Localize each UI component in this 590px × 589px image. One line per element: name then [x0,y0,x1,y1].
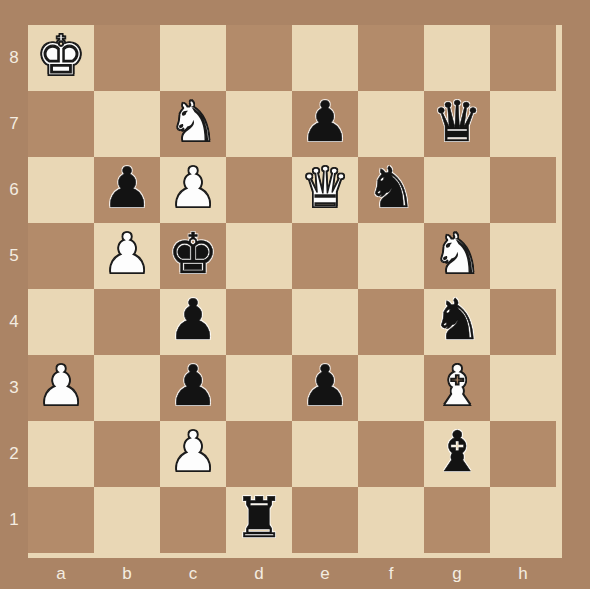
white-bishop-g3[interactable]: ♝ [432,355,482,419]
square-h1[interactable] [490,487,556,553]
square-d6[interactable] [226,157,292,223]
square-f1[interactable] [358,487,424,553]
square-g3[interactable]: ♝ [424,355,490,421]
square-a4[interactable] [28,289,94,355]
square-b1[interactable] [94,487,160,553]
square-e1[interactable] [292,487,358,553]
file-label-h: h [490,558,556,589]
square-b8[interactable] [94,25,160,91]
square-f8[interactable] [358,25,424,91]
square-h8[interactable] [490,25,556,91]
square-c7[interactable]: ♞ [160,91,226,157]
black-bishop-g2[interactable]: ♝ [432,421,482,485]
square-a5[interactable] [28,223,94,289]
square-b5[interactable]: ♟ [94,223,160,289]
square-e8[interactable] [292,25,358,91]
file-labels: abcdefgh [28,558,556,589]
square-a7[interactable] [28,91,94,157]
black-king-c5[interactable]: ♚ [168,223,218,287]
black-pawn-c3[interactable]: ♟ [168,355,218,419]
square-g6[interactable] [424,157,490,223]
square-g1[interactable] [424,487,490,553]
square-e6[interactable]: ♛ [292,157,358,223]
square-h6[interactable] [490,157,556,223]
square-c1[interactable] [160,487,226,553]
square-h5[interactable] [490,223,556,289]
square-b7[interactable] [94,91,160,157]
square-b3[interactable] [94,355,160,421]
square-a3[interactable]: ♟ [28,355,94,421]
board-backing: ♚♞♟♛♟♟♛♞♟♚♞♟♞♟♟♟♝♟♝♜ [28,25,562,558]
square-e2[interactable] [292,421,358,487]
square-b2[interactable] [94,421,160,487]
square-b4[interactable] [94,289,160,355]
square-d4[interactable] [226,289,292,355]
square-c5[interactable]: ♚ [160,223,226,289]
square-a1[interactable] [28,487,94,553]
square-e7[interactable]: ♟ [292,91,358,157]
file-label-g: g [424,558,490,589]
square-a8[interactable]: ♚ [28,25,94,91]
rank-label-4: 4 [0,289,28,355]
chessboard-frame: 87654321 ♚♞♟♛♟♟♛♞♟♚♞♟♞♟♟♟♝♟♝♜ abcdefgh [0,0,590,589]
file-label-e: e [292,558,358,589]
square-h7[interactable] [490,91,556,157]
file-label-d: d [226,558,292,589]
black-pawn-c4[interactable]: ♟ [168,289,218,353]
white-knight-g5[interactable]: ♞ [432,223,482,287]
black-pawn-e3[interactable]: ♟ [300,355,350,419]
white-pawn-c2[interactable]: ♟ [168,421,218,485]
square-d3[interactable] [226,355,292,421]
square-a6[interactable] [28,157,94,223]
square-h2[interactable] [490,421,556,487]
square-g7[interactable]: ♛ [424,91,490,157]
black-queen-g7[interactable]: ♛ [432,91,482,155]
square-d5[interactable] [226,223,292,289]
file-label-c: c [160,558,226,589]
square-f7[interactable] [358,91,424,157]
black-pawn-b6[interactable]: ♟ [102,157,152,221]
square-d8[interactable] [226,25,292,91]
square-h3[interactable] [490,355,556,421]
square-f5[interactable] [358,223,424,289]
rank-label-6: 6 [0,157,28,223]
white-knight-c7[interactable]: ♞ [168,91,218,155]
white-king-a8[interactable]: ♚ [36,25,86,89]
square-c3[interactable]: ♟ [160,355,226,421]
square-d7[interactable] [226,91,292,157]
rank-label-8: 8 [0,25,28,91]
file-label-b: b [94,558,160,589]
white-pawn-c6[interactable]: ♟ [168,157,218,221]
square-f4[interactable] [358,289,424,355]
square-g8[interactable] [424,25,490,91]
square-f6[interactable]: ♞ [358,157,424,223]
black-knight-g4[interactable]: ♞ [432,289,482,353]
rank-label-7: 7 [0,91,28,157]
square-f2[interactable] [358,421,424,487]
square-c2[interactable]: ♟ [160,421,226,487]
square-d1[interactable]: ♜ [226,487,292,553]
rank-label-5: 5 [0,223,28,289]
square-c6[interactable]: ♟ [160,157,226,223]
square-h4[interactable] [490,289,556,355]
square-b6[interactable]: ♟ [94,157,160,223]
white-pawn-b5[interactable]: ♟ [102,223,152,287]
square-e5[interactable] [292,223,358,289]
board: ♚♞♟♛♟♟♛♞♟♚♞♟♞♟♟♟♝♟♝♜ [28,25,556,553]
rank-labels: 87654321 [0,25,28,553]
rank-label-1: 1 [0,487,28,553]
black-rook-d1[interactable]: ♜ [234,487,284,551]
square-c8[interactable] [160,25,226,91]
square-c4[interactable]: ♟ [160,289,226,355]
square-g2[interactable]: ♝ [424,421,490,487]
white-queen-e6[interactable]: ♛ [300,157,350,221]
square-g4[interactable]: ♞ [424,289,490,355]
square-e4[interactable] [292,289,358,355]
square-f3[interactable] [358,355,424,421]
square-d2[interactable] [226,421,292,487]
white-pawn-a3[interactable]: ♟ [36,355,86,419]
file-label-f: f [358,558,424,589]
black-knight-f6[interactable]: ♞ [366,157,416,221]
square-g5[interactable]: ♞ [424,223,490,289]
black-pawn-e7[interactable]: ♟ [300,91,350,155]
file-label-a: a [28,558,94,589]
rank-label-3: 3 [0,355,28,421]
square-a2[interactable] [28,421,94,487]
rank-label-2: 2 [0,421,28,487]
square-e3[interactable]: ♟ [292,355,358,421]
